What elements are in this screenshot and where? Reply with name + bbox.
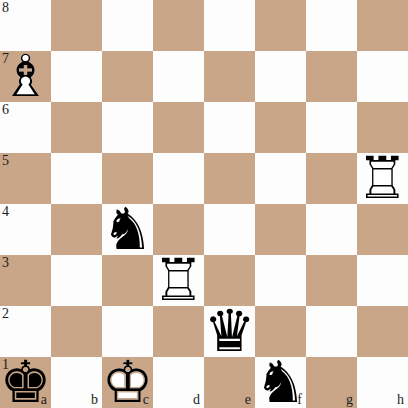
square-f1[interactable]: f♞ [255,357,306,408]
square-a4[interactable]: 4 [0,204,51,255]
white-piece-outline: ♔ [102,357,153,408]
square-d2[interactable] [153,306,204,357]
white-piece-outline: ♖ [357,153,408,204]
file-label-g: g [346,393,353,407]
square-a1[interactable]: 1a♚ [0,357,51,408]
square-h7[interactable] [357,51,408,102]
square-d1[interactable]: d [153,357,204,408]
square-f4[interactable] [255,204,306,255]
square-h8[interactable] [357,0,408,51]
square-c3[interactable] [102,255,153,306]
square-c8[interactable] [102,0,153,51]
rank-label-4: 4 [2,205,9,219]
square-b8[interactable] [51,0,102,51]
square-d6[interactable] [153,102,204,153]
black-piece-glyph: ♞ [255,357,306,408]
square-b7[interactable] [51,51,102,102]
square-e5[interactable] [204,153,255,204]
rank-label-3: 3 [2,256,9,270]
square-a3[interactable]: 3 [0,255,51,306]
square-f8[interactable] [255,0,306,51]
square-g3[interactable] [306,255,357,306]
square-g5[interactable] [306,153,357,204]
square-g4[interactable] [306,204,357,255]
square-e4[interactable] [204,204,255,255]
square-e1[interactable]: e [204,357,255,408]
black-piece-glyph: ♞ [102,204,153,255]
square-f7[interactable] [255,51,306,102]
square-e6[interactable] [204,102,255,153]
square-d7[interactable] [153,51,204,102]
piece-white-rook[interactable]: ♜♖ [153,255,204,306]
square-f6[interactable] [255,102,306,153]
square-e7[interactable] [204,51,255,102]
square-g1[interactable]: g [306,357,357,408]
square-a7[interactable]: 7♝♗ [0,51,51,102]
square-e8[interactable] [204,0,255,51]
square-d3[interactable]: ♜♖ [153,255,204,306]
rank-label-8: 8 [2,1,9,15]
rank-label-2: 2 [2,307,9,321]
square-h3[interactable] [357,255,408,306]
square-f5[interactable] [255,153,306,204]
square-a5[interactable]: 5 [0,153,51,204]
square-d5[interactable] [153,153,204,204]
square-c4[interactable]: ♞ [102,204,153,255]
square-b4[interactable] [51,204,102,255]
file-label-d: d [193,393,200,407]
piece-black-king[interactable]: ♚ [0,357,51,408]
square-h5[interactable]: ♜♖ [357,153,408,204]
square-b6[interactable] [51,102,102,153]
square-e2[interactable]: ♛ [204,306,255,357]
file-label-e: e [245,393,251,407]
piece-white-rook[interactable]: ♜♖ [357,153,408,204]
square-g8[interactable] [306,0,357,51]
square-b5[interactable] [51,153,102,204]
rank-label-6: 6 [2,103,9,117]
piece-black-knight[interactable]: ♞ [102,204,153,255]
square-a6[interactable]: 6 [0,102,51,153]
file-label-b: b [91,393,98,407]
piece-black-queen[interactable]: ♛ [204,306,255,357]
square-c7[interactable] [102,51,153,102]
square-f3[interactable] [255,255,306,306]
white-piece-outline: ♗ [0,51,51,102]
square-g6[interactable] [306,102,357,153]
square-b3[interactable] [51,255,102,306]
square-h2[interactable] [357,306,408,357]
black-piece-glyph: ♚ [0,357,51,408]
square-h4[interactable] [357,204,408,255]
square-b2[interactable] [51,306,102,357]
piece-black-knight[interactable]: ♞ [255,357,306,408]
rank-label-5: 5 [2,154,9,168]
piece-white-bishop[interactable]: ♝♗ [0,51,51,102]
file-label-h: h [397,393,404,407]
piece-white-king[interactable]: ♚♔ [102,357,153,408]
white-piece-outline: ♖ [153,255,204,306]
chess-board: 87♝♗65♜♖4♞3♜♖2♛1a♚bc♚♔def♞gh [0,0,408,408]
square-c6[interactable] [102,102,153,153]
square-h1[interactable]: h [357,357,408,408]
square-c1[interactable]: c♚♔ [102,357,153,408]
square-g2[interactable] [306,306,357,357]
square-b1[interactable]: b [51,357,102,408]
black-piece-glyph: ♛ [204,306,255,357]
square-g7[interactable] [306,51,357,102]
square-d8[interactable] [153,0,204,51]
